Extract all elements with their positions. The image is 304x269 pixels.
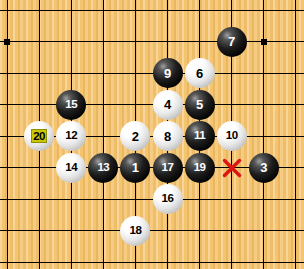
move-number: 9 — [164, 67, 171, 80]
grid-horizontal-line — [0, 230, 304, 231]
move-number: 14 — [65, 162, 77, 174]
stone-white-2: 2 — [120, 121, 150, 151]
move-number: 13 — [97, 162, 109, 174]
stone-white-10: 10 — [217, 121, 247, 151]
move-number: 4 — [164, 98, 171, 111]
move-number: 3 — [260, 161, 267, 174]
stone-white-6: 6 — [185, 58, 215, 88]
move-number: 19 — [194, 162, 206, 174]
go-board: 1234567891011121314151617181920 — [0, 0, 304, 269]
move-number: 18 — [129, 225, 141, 237]
stone-white-18: 18 — [120, 216, 150, 246]
grid-horizontal-line — [0, 41, 304, 42]
hoshi-star-point — [261, 39, 267, 45]
stone-black-15: 15 — [56, 90, 86, 120]
move-number: 16 — [162, 193, 174, 205]
move-number: 1 — [132, 161, 139, 174]
move-number: 12 — [65, 130, 77, 142]
stone-black-11: 11 — [185, 121, 215, 151]
stone-black-5: 5 — [185, 90, 215, 120]
stone-black-1: 1 — [120, 153, 150, 183]
stone-white-16: 16 — [153, 184, 183, 214]
grid-horizontal-line — [0, 10, 304, 11]
move-number: 6 — [196, 67, 203, 80]
stone-black-3: 3 — [249, 153, 279, 183]
move-number-highlighted: 20 — [31, 129, 47, 144]
stone-black-17: 17 — [153, 153, 183, 183]
move-number: 5 — [196, 98, 203, 111]
stone-white-8: 8 — [153, 121, 183, 151]
move-number: 7 — [228, 35, 235, 48]
stone-white-14: 14 — [56, 153, 86, 183]
move-number: 2 — [132, 130, 139, 143]
hoshi-star-point — [4, 39, 10, 45]
stone-black-13: 13 — [88, 153, 118, 183]
move-number: 11 — [194, 130, 205, 142]
move-number: 8 — [164, 130, 171, 143]
move-number: 10 — [226, 130, 238, 142]
move-number: 15 — [65, 99, 77, 111]
stone-white-20: 20 — [24, 121, 54, 151]
move-number: 17 — [162, 162, 174, 174]
stone-black-9: 9 — [153, 58, 183, 88]
x-mark — [222, 158, 242, 178]
grid-horizontal-line — [0, 262, 304, 263]
stone-black-19: 19 — [185, 153, 215, 183]
stone-black-7: 7 — [217, 27, 247, 57]
stone-white-12: 12 — [56, 121, 86, 151]
stone-white-4: 4 — [153, 90, 183, 120]
